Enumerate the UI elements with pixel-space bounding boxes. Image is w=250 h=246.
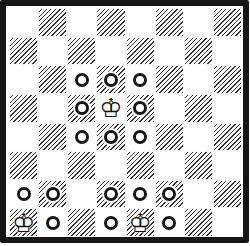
square-d7[interactable] [96,37,125,66]
square-f8[interactable] [155,8,184,37]
square-e8[interactable] [126,8,155,37]
square-c1[interactable] [67,208,96,237]
square-e1[interactable]: ♚♔ [126,208,155,237]
square-g7[interactable] [184,37,213,66]
square-c2[interactable] [67,180,96,209]
square-h4[interactable] [213,123,242,152]
square-f1[interactable] [155,208,184,237]
square-b1[interactable] [38,208,67,237]
king-piece: ♚♔ [97,94,125,122]
square-d1[interactable] [96,208,125,237]
square-f3[interactable] [155,151,184,180]
square-c3[interactable] [67,151,96,180]
counter-piece [75,101,89,115]
counter-piece [75,130,89,144]
square-h7[interactable] [213,37,242,66]
square-b5[interactable] [38,94,67,123]
square-f4[interactable] [155,123,184,152]
square-d5[interactable]: ♚♔ [96,94,125,123]
square-h5[interactable] [213,94,242,123]
square-b4[interactable] [38,123,67,152]
counter-piece [104,73,118,87]
king-outline-glyph: ♔ [12,210,35,236]
counter-piece [46,216,60,230]
square-h1[interactable] [213,208,242,237]
square-b7[interactable] [38,37,67,66]
square-a5[interactable] [9,94,38,123]
king-piece: ♚♔ [126,209,154,237]
counter-piece [104,216,118,230]
square-h2[interactable] [213,180,242,209]
counter-piece [162,216,176,230]
king-outline-glyph: ♔ [128,210,151,236]
square-e2[interactable] [126,180,155,209]
counter-piece [104,130,118,144]
square-b3[interactable] [38,151,67,180]
king-outline-glyph: ♔ [99,95,122,121]
square-c5[interactable] [67,94,96,123]
square-g6[interactable] [184,65,213,94]
square-a2[interactable] [9,180,38,209]
square-c4[interactable] [67,123,96,152]
square-e3[interactable] [126,151,155,180]
chess-diagram: ♚♔♚♔♚♔ [0,0,250,246]
square-h3[interactable] [213,151,242,180]
square-d6[interactable] [96,65,125,94]
square-d2[interactable] [96,180,125,209]
square-f5[interactable] [155,94,184,123]
square-d4[interactable] [96,123,125,152]
square-h6[interactable] [213,65,242,94]
counter-piece [133,73,147,87]
square-f7[interactable] [155,37,184,66]
square-a3[interactable] [9,151,38,180]
square-g2[interactable] [184,180,213,209]
counter-piece [46,187,60,201]
square-e5[interactable] [126,94,155,123]
counter-piece [133,101,147,115]
counter-piece [133,130,147,144]
square-e4[interactable] [126,123,155,152]
square-b8[interactable] [38,8,67,37]
square-c6[interactable] [67,65,96,94]
square-a8[interactable] [9,8,38,37]
square-f6[interactable] [155,65,184,94]
square-a6[interactable] [9,65,38,94]
square-g8[interactable] [184,8,213,37]
square-g1[interactable] [184,208,213,237]
square-e7[interactable] [126,37,155,66]
square-g5[interactable] [184,94,213,123]
square-d3[interactable] [96,151,125,180]
square-c8[interactable] [67,8,96,37]
counter-piece [75,73,89,87]
square-b6[interactable] [38,65,67,94]
square-a4[interactable] [9,123,38,152]
square-c7[interactable] [67,37,96,66]
counter-piece [17,187,31,201]
square-a1[interactable]: ♚♔ [9,208,38,237]
square-h8[interactable] [213,8,242,37]
chessboard: ♚♔♚♔♚♔ [9,8,242,237]
counter-piece [133,187,147,201]
square-d8[interactable] [96,8,125,37]
square-a7[interactable] [9,37,38,66]
square-g4[interactable] [184,123,213,152]
square-g3[interactable] [184,151,213,180]
square-b2[interactable] [38,180,67,209]
square-f2[interactable] [155,180,184,209]
counter-piece [104,187,118,201]
square-e6[interactable] [126,65,155,94]
king-piece: ♚♔ [10,209,38,237]
counter-piece [162,187,176,201]
